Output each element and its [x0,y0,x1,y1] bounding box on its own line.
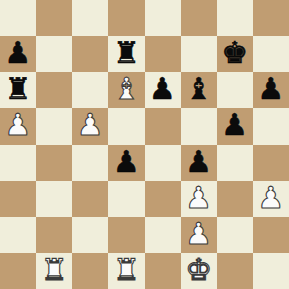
square-e4[interactable] [145,145,181,181]
square-c4[interactable] [72,145,108,181]
square-e8[interactable] [145,0,181,36]
square-c3[interactable] [72,181,108,217]
square-h5[interactable] [253,108,289,144]
square-b3[interactable] [36,181,72,217]
square-f3[interactable]: ♟ [181,181,217,217]
square-d8[interactable] [108,0,144,36]
piece-white-bishop: ♝ [113,72,140,107]
square-b2[interactable] [36,217,72,253]
square-f8[interactable] [181,0,217,36]
square-f1[interactable]: ♚ [181,253,217,289]
square-c1[interactable] [72,253,108,289]
square-g8[interactable] [217,0,253,36]
square-d5[interactable] [108,108,144,144]
square-c6[interactable] [72,72,108,108]
square-h8[interactable] [253,0,289,36]
piece-black-pawn: ♟ [185,145,212,180]
square-d4[interactable]: ♟ [108,145,144,181]
square-a8[interactable] [0,0,36,36]
square-d6[interactable]: ♝ [108,72,144,108]
piece-black-king: ♚ [221,36,248,71]
square-h6[interactable]: ♟ [253,72,289,108]
piece-white-pawn: ♟ [185,181,212,216]
piece-black-pawn: ♟ [221,108,248,143]
square-a6[interactable]: ♜ [0,72,36,108]
square-e1[interactable] [145,253,181,289]
square-c7[interactable] [72,36,108,72]
piece-black-rook: ♜ [113,36,140,71]
square-h1[interactable] [253,253,289,289]
square-c8[interactable] [72,0,108,36]
piece-black-pawn: ♟ [149,72,176,107]
square-a4[interactable] [0,145,36,181]
square-b4[interactable] [36,145,72,181]
square-g3[interactable] [217,181,253,217]
square-d3[interactable] [108,181,144,217]
square-e7[interactable] [145,36,181,72]
square-g7[interactable]: ♚ [217,36,253,72]
square-h7[interactable] [253,36,289,72]
square-g5[interactable]: ♟ [217,108,253,144]
chess-board: ♟♜♚♜♝♟♝♟♟♟♟♟♟♟♟♟♜♜♚ [0,0,289,289]
square-h4[interactable] [253,145,289,181]
square-c5[interactable]: ♟ [72,108,108,144]
piece-white-rook: ♜ [41,253,68,288]
piece-white-pawn: ♟ [185,217,212,252]
piece-white-pawn: ♟ [257,181,284,216]
square-e2[interactable] [145,217,181,253]
square-a5[interactable]: ♟ [0,108,36,144]
square-b5[interactable] [36,108,72,144]
square-e3[interactable] [145,181,181,217]
piece-white-rook: ♜ [113,253,140,288]
piece-white-pawn: ♟ [77,108,104,143]
square-g6[interactable] [217,72,253,108]
square-a2[interactable] [0,217,36,253]
square-d2[interactable] [108,217,144,253]
square-b1[interactable]: ♜ [36,253,72,289]
square-d1[interactable]: ♜ [108,253,144,289]
square-f2[interactable]: ♟ [181,217,217,253]
square-g2[interactable] [217,217,253,253]
piece-black-pawn: ♟ [257,72,284,107]
square-g4[interactable] [217,145,253,181]
square-e6[interactable]: ♟ [145,72,181,108]
square-e5[interactable] [145,108,181,144]
square-b7[interactable] [36,36,72,72]
square-f5[interactable] [181,108,217,144]
piece-white-pawn: ♟ [5,108,32,143]
square-h2[interactable] [253,217,289,253]
square-b8[interactable] [36,0,72,36]
square-b6[interactable] [36,72,72,108]
square-f6[interactable]: ♝ [181,72,217,108]
square-g1[interactable] [217,253,253,289]
square-h3[interactable]: ♟ [253,181,289,217]
piece-black-pawn: ♟ [5,36,32,71]
square-a1[interactable] [0,253,36,289]
square-f7[interactable] [181,36,217,72]
square-d7[interactable]: ♜ [108,36,144,72]
square-f4[interactable]: ♟ [181,145,217,181]
piece-black-bishop: ♝ [185,72,212,107]
piece-black-rook: ♜ [5,72,32,107]
square-a3[interactable] [0,181,36,217]
square-c2[interactable] [72,217,108,253]
piece-black-pawn: ♟ [113,145,140,180]
piece-white-king: ♚ [185,253,212,288]
square-a7[interactable]: ♟ [0,36,36,72]
chess-board-container: ♟♜♚♜♝♟♝♟♟♟♟♟♟♟♟♟♜♜♚ [0,0,289,289]
